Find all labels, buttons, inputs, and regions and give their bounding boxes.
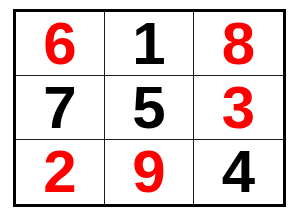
cell-value: 6 xyxy=(43,14,76,74)
cell-value: 5 xyxy=(132,78,165,138)
cell-r1c1: 6 xyxy=(16,12,105,76)
cell-r3c3: 4 xyxy=(194,140,283,204)
cell-value: 1 xyxy=(132,14,165,74)
cell-value: 8 xyxy=(222,14,255,74)
cell-value: 3 xyxy=(222,78,255,138)
cell-r1c3: 8 xyxy=(194,12,283,76)
cell-r2c2: 5 xyxy=(105,76,194,140)
cell-value: 2 xyxy=(43,142,76,202)
cell-r1c2: 1 xyxy=(105,12,194,76)
cell-r2c1: 7 xyxy=(16,76,105,140)
cell-r2c3: 3 xyxy=(194,76,283,140)
cell-value: 9 xyxy=(132,142,165,202)
cell-r3c2: 9 xyxy=(105,140,194,204)
cell-value: 7 xyxy=(43,78,76,138)
cell-r3c1: 2 xyxy=(16,140,105,204)
cell-value: 4 xyxy=(222,142,255,202)
magic-square-grid: 6 1 8 7 5 3 2 9 4 xyxy=(13,9,286,207)
